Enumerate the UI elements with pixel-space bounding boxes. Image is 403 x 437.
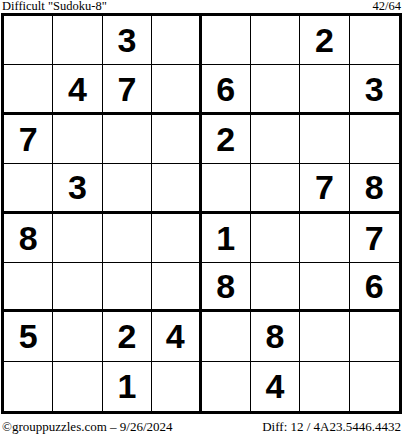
cell-r2c6-empty[interactable] (251, 65, 300, 114)
cell-r7c2-empty[interactable] (53, 312, 102, 361)
cell-r8c7-empty[interactable] (300, 362, 349, 411)
cell-r6c2-empty[interactable] (53, 263, 102, 312)
cell-r1c5-empty[interactable] (202, 16, 251, 65)
cell-r5c8-given: 7 (350, 214, 399, 263)
cell-r1c1-empty[interactable] (4, 16, 53, 65)
cell-r3c2-empty[interactable] (53, 115, 102, 164)
cell-r1c6-empty[interactable] (251, 16, 300, 65)
cell-r8c5-empty[interactable] (202, 362, 251, 411)
cell-r4c4-empty[interactable] (152, 164, 201, 213)
cell-r3c4-empty[interactable] (152, 115, 201, 164)
cell-r3c5-given: 2 (202, 115, 251, 164)
cell-r2c4-empty[interactable] (152, 65, 201, 114)
cell-r3c8-empty[interactable] (350, 115, 399, 164)
footer: ©grouppuzzles.com – 9/26/2024 Diff: 12 /… (0, 420, 403, 434)
cell-r8c2-empty[interactable] (53, 362, 102, 411)
cell-r8c6-given: 4 (251, 362, 300, 411)
cell-r4c8-given: 8 (350, 164, 399, 213)
cell-r5c2-empty[interactable] (53, 214, 102, 263)
cell-r2c7-empty[interactable] (300, 65, 349, 114)
cell-r4c5-empty[interactable] (202, 164, 251, 213)
cell-r6c5-given: 8 (202, 263, 251, 312)
cell-r5c7-empty[interactable] (300, 214, 349, 263)
sudoku-board: 3247637237881786524814 (1, 13, 402, 414)
cell-r7c8-empty[interactable] (350, 312, 399, 361)
cell-r6c7-empty[interactable] (300, 263, 349, 312)
cell-r4c2-given: 3 (53, 164, 102, 213)
cell-r5c6-empty[interactable] (251, 214, 300, 263)
cell-r3c6-empty[interactable] (251, 115, 300, 164)
cell-r3c1-given: 7 (4, 115, 53, 164)
cell-r6c6-empty[interactable] (251, 263, 300, 312)
cell-r7c4-given: 4 (152, 312, 201, 361)
cell-r2c8-given: 3 (350, 65, 399, 114)
cell-r1c3-given: 3 (103, 16, 152, 65)
cell-r6c8-given: 6 (350, 263, 399, 312)
cell-r8c3-given: 1 (103, 362, 152, 411)
cell-r4c6-empty[interactable] (251, 164, 300, 213)
copyright-date: ©grouppuzzles.com – 9/26/2024 (2, 420, 173, 434)
cell-r7c5-empty[interactable] (202, 312, 251, 361)
cell-r5c4-empty[interactable] (152, 214, 201, 263)
cell-r3c3-empty[interactable] (103, 115, 152, 164)
cell-r6c3-empty[interactable] (103, 263, 152, 312)
cell-r3c7-empty[interactable] (300, 115, 349, 164)
cell-r4c3-empty[interactable] (103, 164, 152, 213)
cell-r4c1-empty[interactable] (4, 164, 53, 213)
cell-r2c2-given: 4 (53, 65, 102, 114)
cell-r1c7-given: 2 (300, 16, 349, 65)
cell-r2c3-given: 7 (103, 65, 152, 114)
cell-r8c1-empty[interactable] (4, 362, 53, 411)
cell-r2c1-empty[interactable] (4, 65, 53, 114)
cell-r1c4-empty[interactable] (152, 16, 201, 65)
puzzle-title: Difficult "Sudoku-8" (2, 0, 107, 13)
cell-r5c5-given: 1 (202, 214, 251, 263)
cell-r6c1-empty[interactable] (4, 263, 53, 312)
cell-r2c5-given: 6 (202, 65, 251, 114)
cell-r7c6-given: 8 (251, 312, 300, 361)
cell-r4c7-given: 7 (300, 164, 349, 213)
header: Difficult "Sudoku-8" 42/64 (0, 0, 403, 13)
cell-r1c2-empty[interactable] (53, 16, 102, 65)
puzzle-counter: 42/64 (373, 0, 401, 13)
cell-r6c4-empty[interactable] (152, 263, 201, 312)
cell-r7c1-given: 5 (4, 312, 53, 361)
cell-r5c3-empty[interactable] (103, 214, 152, 263)
cell-r1c8-empty[interactable] (350, 16, 399, 65)
cell-r5c1-given: 8 (4, 214, 53, 263)
cell-r8c4-empty[interactable] (152, 362, 201, 411)
cell-r8c8-empty[interactable] (350, 362, 399, 411)
cell-r7c7-empty[interactable] (300, 312, 349, 361)
cell-r7c3-given: 2 (103, 312, 152, 361)
difficulty-code: Diff: 12 / 4A23.5446.4432 (262, 420, 401, 434)
